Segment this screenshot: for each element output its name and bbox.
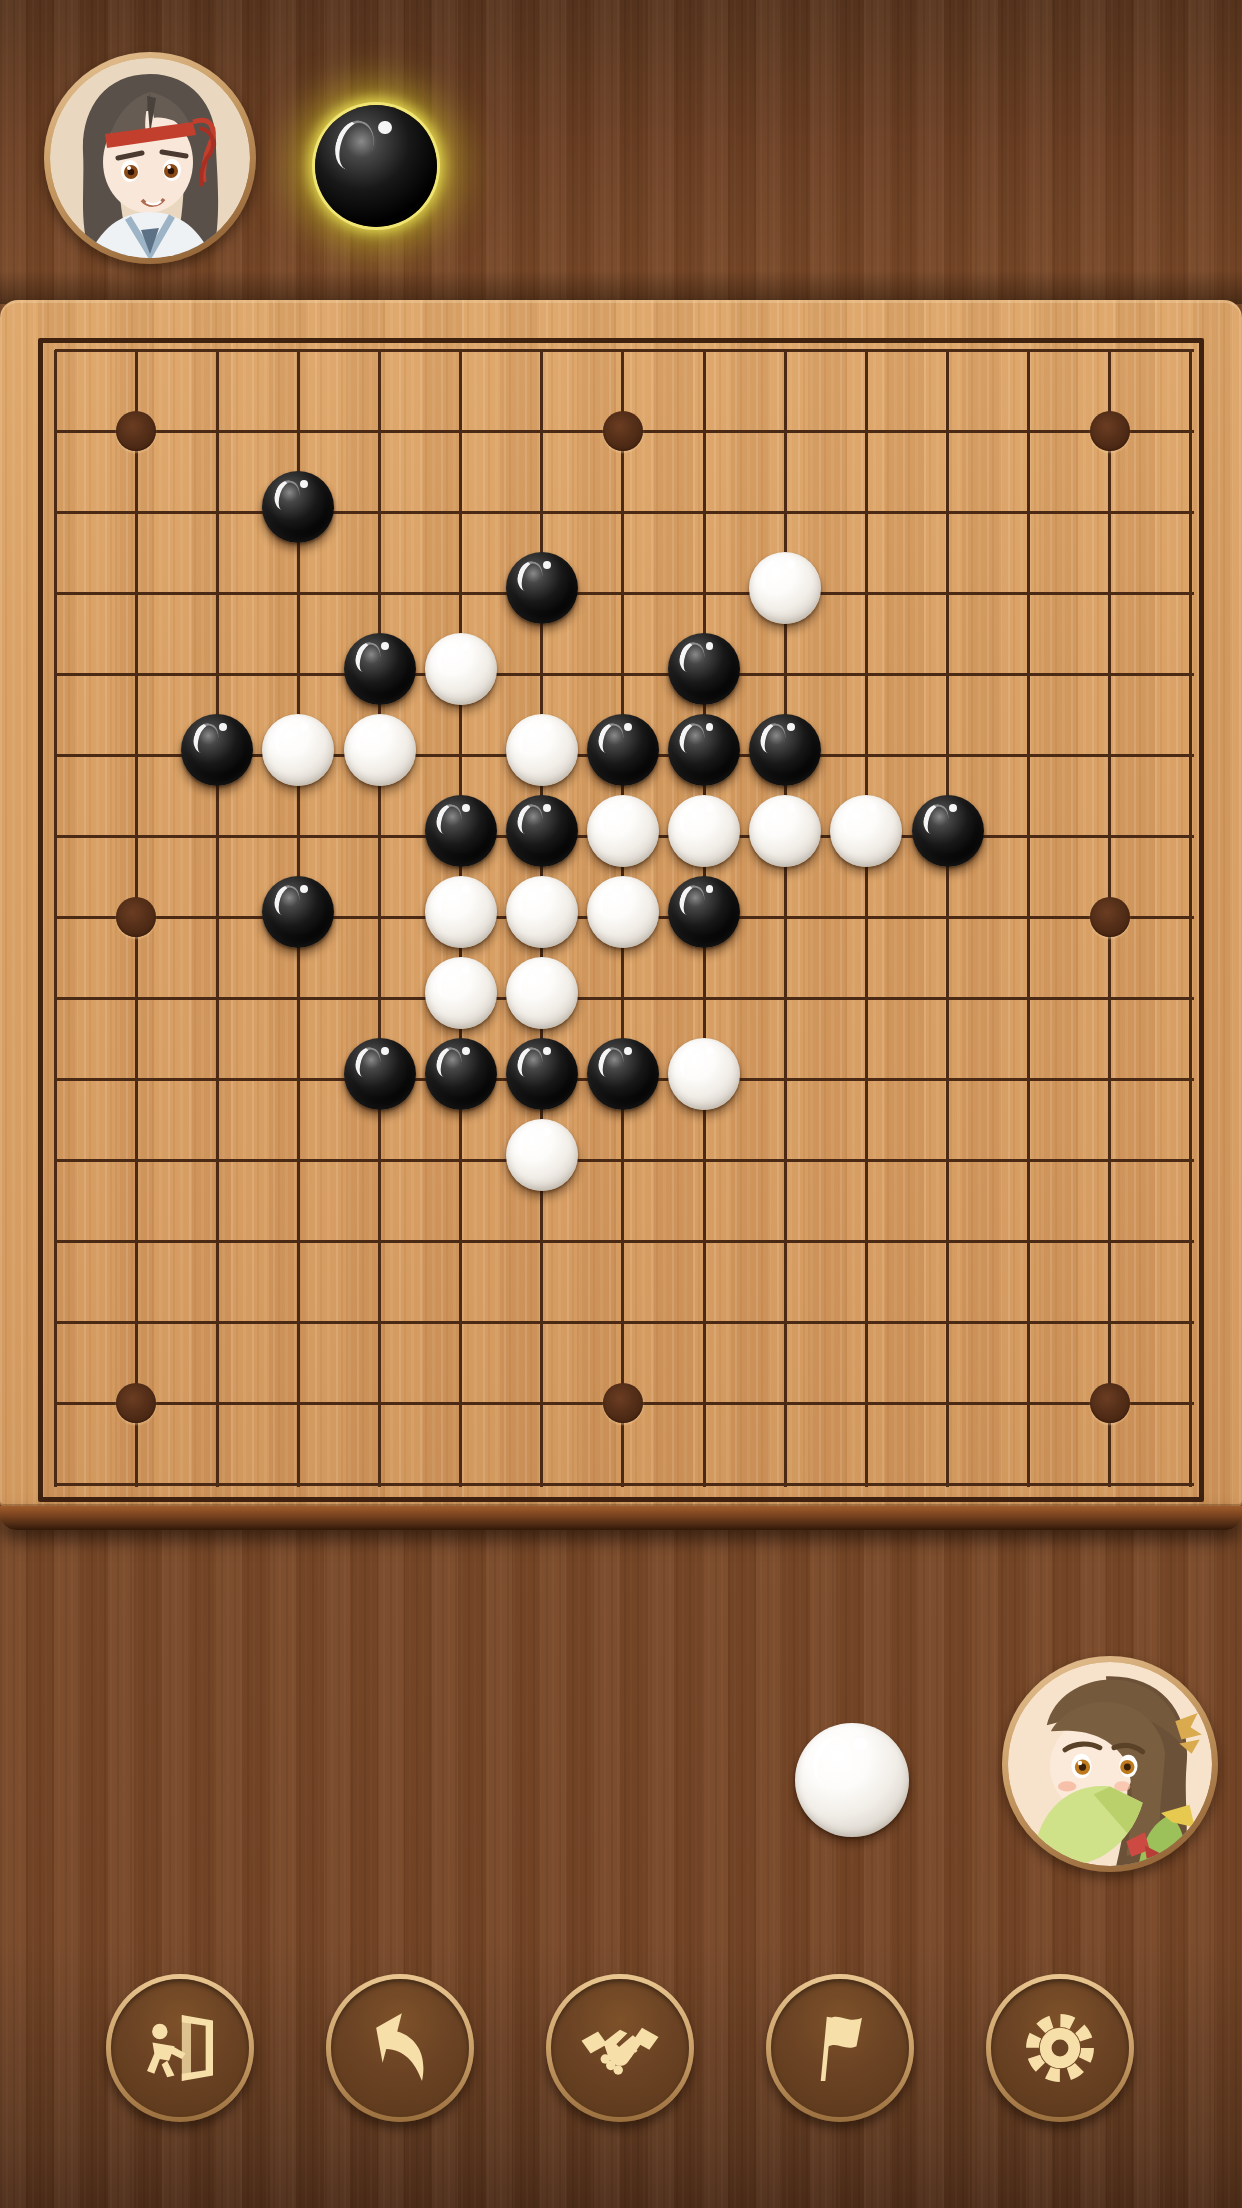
stone-black — [506, 552, 578, 624]
stone-white — [506, 957, 578, 1029]
stone-black — [344, 633, 416, 705]
stone-black — [587, 1038, 659, 1110]
stone-white — [425, 633, 497, 705]
stone-white — [668, 1038, 740, 1110]
board-bottom-edge — [0, 1506, 1242, 1530]
grid-line — [55, 1321, 1194, 1324]
flag-icon — [771, 1979, 909, 2117]
stone-black — [912, 795, 984, 867]
stone-white — [425, 957, 497, 1029]
player-avatar-image — [1008, 1662, 1212, 1866]
stone-white — [506, 714, 578, 786]
star-point — [603, 411, 643, 451]
grid-line — [55, 673, 1194, 676]
star-point — [1090, 411, 1130, 451]
grid-line — [55, 997, 1194, 1000]
stone-white — [587, 876, 659, 948]
star-point — [603, 1383, 643, 1423]
settings-button[interactable] — [986, 1974, 1134, 2122]
resign-button[interactable] — [766, 1974, 914, 2122]
undo-button[interactable] — [326, 1974, 474, 2122]
stone-black — [344, 1038, 416, 1110]
grid-line — [784, 350, 787, 1487]
stone-black — [425, 1038, 497, 1110]
opponent-avatar-image — [50, 58, 250, 258]
game-board[interactable] — [0, 300, 1242, 1506]
stone-black — [587, 714, 659, 786]
stone-white — [425, 876, 497, 948]
star-point — [1090, 1383, 1130, 1423]
stone-white — [668, 795, 740, 867]
grid-line — [55, 511, 1194, 514]
grid-line — [378, 350, 381, 1487]
opponent-avatar[interactable] — [44, 52, 256, 264]
stone-black — [262, 471, 334, 543]
stone-white — [587, 795, 659, 867]
gear-icon — [991, 1979, 1129, 2117]
grid-line — [1189, 350, 1192, 1487]
grid-line — [55, 1159, 1194, 1162]
stone-black — [262, 876, 334, 948]
stone-white — [344, 714, 416, 786]
stone-white — [749, 552, 821, 624]
stone-black — [181, 714, 253, 786]
grid-line — [55, 1240, 1194, 1243]
grid-line — [55, 1483, 1194, 1486]
stone-black — [425, 795, 497, 867]
toolbar — [0, 1974, 1242, 2124]
star-point — [116, 411, 156, 451]
white-player-stone — [795, 1723, 909, 1837]
stone-black — [506, 1038, 578, 1110]
exit-button[interactable] — [106, 1974, 254, 2122]
black-turn-indicator-stone — [315, 105, 437, 227]
grid-line — [865, 350, 868, 1487]
player-avatar[interactable] — [1002, 1656, 1218, 1872]
stone-black — [668, 633, 740, 705]
star-point — [116, 1383, 156, 1423]
exit-door-icon — [111, 1979, 249, 2117]
stone-white — [749, 795, 821, 867]
grid-line — [1027, 350, 1030, 1487]
stone-black — [668, 876, 740, 948]
stone-black — [668, 714, 740, 786]
grid-line — [55, 592, 1194, 595]
grid-line — [54, 350, 57, 1487]
stone-white — [506, 1119, 578, 1191]
grid-line — [946, 350, 949, 1487]
board-top-shadow — [0, 270, 1242, 304]
undo-arrow-icon — [331, 1979, 469, 2117]
stone-black — [506, 795, 578, 867]
stone-white — [262, 714, 334, 786]
draw-button[interactable] — [546, 1974, 694, 2122]
stone-white — [506, 876, 578, 948]
gomoku-game-screen — [0, 0, 1242, 2208]
grid-line — [55, 349, 1194, 352]
star-point — [1090, 897, 1130, 937]
stone-white — [830, 795, 902, 867]
stone-black — [749, 714, 821, 786]
grid-line — [216, 350, 219, 1487]
star-point — [116, 897, 156, 937]
handshake-icon — [551, 1979, 689, 2117]
